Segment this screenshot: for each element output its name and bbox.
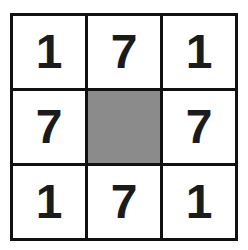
cell-r2c2[interactable]: 1: [163, 166, 235, 238]
cell-r1c0[interactable]: 7: [13, 91, 85, 163]
cell-r2c0[interactable]: 1: [13, 166, 85, 238]
cell-r1c2[interactable]: 7: [163, 91, 235, 163]
cell-r0c0[interactable]: 1: [13, 16, 85, 88]
blocked-cell[interactable]: [88, 91, 160, 163]
puzzle-board: 1 7 1 7 7 1 7 1: [10, 13, 238, 241]
cell-r0c2[interactable]: 1: [163, 16, 235, 88]
cell-r0c1[interactable]: 7: [88, 16, 160, 88]
cell-r2c1[interactable]: 7: [88, 166, 160, 238]
